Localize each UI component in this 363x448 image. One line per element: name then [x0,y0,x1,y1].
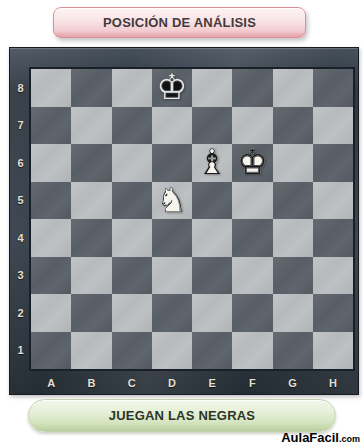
square-h3[interactable] [313,257,353,295]
chess-board: ♚♔♝♗♚♔♞♘ [31,69,353,369]
square-e6[interactable]: ♝♗ [192,144,232,182]
square-f2[interactable] [232,294,272,332]
square-b2[interactable] [71,294,111,332]
white-king-outline-icon: ♔ [232,144,272,182]
square-e1[interactable] [192,332,232,370]
square-d7[interactable] [152,107,192,145]
square-e8[interactable] [192,69,232,107]
square-f5[interactable] [232,182,272,220]
square-f8[interactable] [232,69,272,107]
square-a1[interactable] [31,332,71,370]
square-c7[interactable] [112,107,152,145]
rank-label-5: 5 [10,182,31,220]
square-c4[interactable] [112,219,152,257]
file-label-a: A [31,369,71,396]
file-label-g: G [273,369,313,396]
square-a6[interactable] [31,144,71,182]
file-label-f: F [232,369,272,396]
analysis-diagram: POSICIÓN DE ANÁLISIS 87654321 ♚♔♝♗♚♔♞♘ A… [0,0,363,448]
square-g2[interactable] [273,294,313,332]
rank-label-8: 8 [10,69,31,107]
brand-watermark: AulaFacil.com [281,430,360,446]
square-g3[interactable] [273,257,313,295]
square-f6[interactable]: ♚♔ [232,144,272,182]
black-king-outline-icon: ♔ [152,69,192,107]
square-g7[interactable] [273,107,313,145]
file-label-c: C [112,369,152,396]
rank-labels: 87654321 [10,69,31,369]
square-g4[interactable] [273,219,313,257]
piece-white-knight[interactable]: ♞♘ [152,182,192,220]
square-a4[interactable] [31,219,71,257]
square-h6[interactable] [313,144,353,182]
square-e4[interactable] [192,219,232,257]
square-f7[interactable] [232,107,272,145]
square-h1[interactable] [313,332,353,370]
square-c1[interactable] [112,332,152,370]
file-label-b: B [71,369,111,396]
square-d1[interactable] [152,332,192,370]
brand-name: AulaFacil [281,430,339,445]
rank-label-2: 2 [10,294,31,332]
piece-white-bishop[interactable]: ♝♗ [192,144,232,182]
square-c6[interactable] [112,144,152,182]
square-f1[interactable] [232,332,272,370]
analysis-banner: POSICIÓN DE ANÁLISIS [53,7,306,38]
square-h2[interactable] [313,294,353,332]
square-g8[interactable] [273,69,313,107]
square-h5[interactable] [313,182,353,220]
square-b7[interactable] [71,107,111,145]
file-label-h: H [313,369,353,396]
square-g5[interactable] [273,182,313,220]
square-b8[interactable] [71,69,111,107]
file-label-e: E [192,369,232,396]
square-c3[interactable] [112,257,152,295]
square-d4[interactable] [152,219,192,257]
square-a5[interactable] [31,182,71,220]
square-e5[interactable] [192,182,232,220]
square-b4[interactable] [71,219,111,257]
rank-label-4: 4 [10,219,31,257]
rank-label-6: 6 [10,144,31,182]
square-b3[interactable] [71,257,111,295]
file-labels: ABCDEFGH [31,369,353,396]
square-e7[interactable] [192,107,232,145]
square-a8[interactable] [31,69,71,107]
square-h7[interactable] [313,107,353,145]
white-bishop-outline-icon: ♗ [192,144,232,182]
square-g6[interactable] [273,144,313,182]
square-a7[interactable] [31,107,71,145]
square-a3[interactable] [31,257,71,295]
square-d3[interactable] [152,257,192,295]
square-f4[interactable] [232,219,272,257]
piece-white-king[interactable]: ♚♔ [232,144,272,182]
square-c5[interactable] [112,182,152,220]
square-d6[interactable] [152,144,192,182]
brand-tld: .com [339,434,360,444]
turn-banner: JUEGAN LAS NEGRAS [28,399,336,432]
piece-black-king[interactable]: ♚♔ [152,69,192,107]
file-label-d: D [152,369,192,396]
square-b6[interactable] [71,144,111,182]
square-h8[interactable] [313,69,353,107]
square-b1[interactable] [71,332,111,370]
rank-label-1: 1 [10,332,31,370]
rank-label-3: 3 [10,257,31,295]
square-f3[interactable] [232,257,272,295]
analysis-banner-label: POSICIÓN DE ANÁLISIS [103,15,256,30]
square-h4[interactable] [313,219,353,257]
square-c2[interactable] [112,294,152,332]
board-frame: 87654321 ♚♔♝♗♚♔♞♘ ABCDEFGH [9,47,359,395]
square-a2[interactable] [31,294,71,332]
rank-label-7: 7 [10,107,31,145]
square-e3[interactable] [192,257,232,295]
square-g1[interactable] [273,332,313,370]
white-knight-outline-icon: ♘ [152,182,192,220]
square-d5[interactable]: ♞♘ [152,182,192,220]
square-d8[interactable]: ♚♔ [152,69,192,107]
square-d2[interactable] [152,294,192,332]
square-b5[interactable] [71,182,111,220]
turn-banner-label: JUEGAN LAS NEGRAS [109,408,255,423]
square-e2[interactable] [192,294,232,332]
square-c8[interactable] [112,69,152,107]
